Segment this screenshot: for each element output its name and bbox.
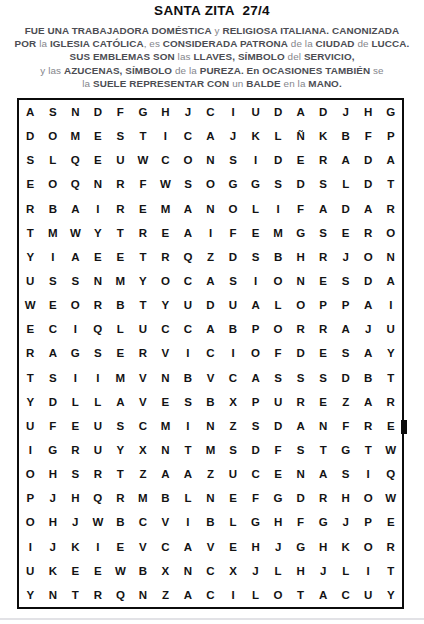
grid-cell[interactable]: O (19, 510, 42, 534)
grid-cell[interactable]: I (379, 293, 402, 317)
grid-cell[interactable]: O (267, 317, 290, 341)
grid-cell[interactable]: V (154, 510, 177, 534)
grid-cell[interactable]: H (267, 510, 290, 534)
grid-cell[interactable]: V (154, 341, 177, 365)
grid-cell[interactable]: G (379, 100, 402, 124)
grid-cell[interactable]: A (357, 293, 380, 317)
grid-cell[interactable]: N (154, 438, 177, 462)
grid-cell[interactable]: D (267, 414, 290, 438)
grid-cell[interactable]: C (154, 535, 177, 559)
grid-cell[interactable]: I (267, 197, 290, 221)
grid-cell[interactable]: Z (199, 245, 222, 269)
grid-cell[interactable]: Y (154, 293, 177, 317)
grid-cell[interactable]: U (244, 100, 267, 124)
grid-cell[interactable]: F (334, 414, 357, 438)
grid-cell[interactable]: C (199, 100, 222, 124)
grid-cell[interactable]: E (87, 559, 110, 583)
grid-cell[interactable]: D (222, 245, 245, 269)
grid-cell[interactable]: C (132, 414, 155, 438)
grid-cell[interactable]: S (109, 414, 132, 438)
grid-cell[interactable]: W (154, 172, 177, 196)
grid-cell[interactable]: S (334, 269, 357, 293)
grid-cell[interactable]: U (19, 559, 42, 583)
grid-cell[interactable]: O (267, 583, 290, 607)
grid-cell[interactable]: I (19, 438, 42, 462)
grid-cell[interactable]: A (199, 317, 222, 341)
grid-cell[interactable]: V (199, 366, 222, 390)
grid-cell[interactable]: A (334, 317, 357, 341)
grid-cell[interactable]: R (357, 414, 380, 438)
grid-cell[interactable]: P (379, 124, 402, 148)
grid-cell[interactable]: S (64, 462, 87, 486)
grid-cell[interactable]: S (42, 100, 65, 124)
grid-cell[interactable]: O (19, 462, 42, 486)
grid-cell[interactable]: O (64, 293, 87, 317)
grid-cell[interactable]: L (244, 197, 267, 221)
grid-cell[interactable]: F (244, 486, 267, 510)
grid-cell[interactable]: I (244, 148, 267, 172)
grid-cell[interactable]: O (244, 341, 267, 365)
grid-cell[interactable]: E (312, 269, 335, 293)
grid-cell[interactable]: W (19, 293, 42, 317)
grid-cell[interactable]: S (87, 341, 110, 365)
grid-cell[interactable]: E (379, 510, 402, 534)
grid-cell[interactable]: F (267, 438, 290, 462)
grid-cell[interactable]: A (42, 341, 65, 365)
grid-cell[interactable]: T (177, 438, 200, 462)
grid-cell[interactable]: E (312, 390, 335, 414)
grid-cell[interactable]: X (222, 559, 245, 583)
grid-cell[interactable]: Y (19, 390, 42, 414)
grid-cell[interactable]: J (177, 100, 200, 124)
grid-cell[interactable]: Y (379, 583, 402, 607)
grid-cell[interactable]: C (244, 462, 267, 486)
grid-cell[interactable]: F (289, 197, 312, 221)
grid-cell[interactable]: O (267, 269, 290, 293)
grid-cell[interactable]: B (199, 510, 222, 534)
grid-cell[interactable]: A (199, 269, 222, 293)
grid-cell[interactable]: G (42, 438, 65, 462)
grid-cell[interactable]: R (289, 390, 312, 414)
grid-cell[interactable]: G (222, 172, 245, 196)
grid-cell[interactable]: O (42, 172, 65, 196)
grid-cell[interactable]: B (42, 197, 65, 221)
grid-cell[interactable]: R (312, 148, 335, 172)
grid-cell[interactable]: R (109, 172, 132, 196)
grid-cell[interactable]: L (87, 390, 110, 414)
grid-cell[interactable]: A (177, 221, 200, 245)
grid-cell[interactable]: H (357, 100, 380, 124)
grid-cell[interactable]: G (244, 172, 267, 196)
grid-cell[interactable]: E (87, 124, 110, 148)
grid-cell[interactable]: V (132, 535, 155, 559)
grid-cell[interactable]: A (177, 197, 200, 221)
grid-cell[interactable]: A (379, 269, 402, 293)
grid-cell[interactable]: F (109, 100, 132, 124)
grid-cell[interactable]: B (357, 366, 380, 390)
grid-cell[interactable]: M (109, 366, 132, 390)
grid-cell[interactable]: E (42, 293, 65, 317)
grid-cell[interactable]: U (132, 317, 155, 341)
grid-cell[interactable]: T (289, 583, 312, 607)
grid-cell[interactable]: D (289, 172, 312, 196)
grid-cell[interactable]: E (19, 172, 42, 196)
grid-cell[interactable]: R (109, 486, 132, 510)
grid-cell[interactable]: T (132, 124, 155, 148)
grid-cell[interactable]: G (132, 100, 155, 124)
grid-cell[interactable]: C (199, 583, 222, 607)
grid-cell[interactable]: F (289, 510, 312, 534)
grid-cell[interactable]: N (42, 583, 65, 607)
grid-cell[interactable]: E (19, 317, 42, 341)
grid-cell[interactable]: K (42, 559, 65, 583)
grid-cell[interactable]: R (64, 438, 87, 462)
grid-cell[interactable]: V (199, 535, 222, 559)
grid-cell[interactable]: X (132, 438, 155, 462)
grid-cell[interactable]: Y (19, 245, 42, 269)
grid-cell[interactable]: L (109, 317, 132, 341)
grid-cell[interactable]: O (154, 269, 177, 293)
grid-cell[interactable]: T (379, 559, 402, 583)
grid-cell[interactable]: C (177, 269, 200, 293)
grid-cell[interactable]: O (199, 172, 222, 196)
grid-cell[interactable]: A (244, 293, 267, 317)
grid-cell[interactable]: N (87, 269, 110, 293)
grid-cell[interactable]: J (312, 559, 335, 583)
grid-cell[interactable]: A (244, 366, 267, 390)
grid-cell[interactable]: N (132, 583, 155, 607)
grid-cell[interactable]: Ñ (289, 124, 312, 148)
grid-cell[interactable]: Q (64, 172, 87, 196)
grid-cell[interactable]: R (109, 197, 132, 221)
grid-cell[interactable]: J (334, 510, 357, 534)
grid-cell[interactable]: D (19, 124, 42, 148)
grid-cell[interactable]: T (312, 438, 335, 462)
grid-cell[interactable]: O (357, 245, 380, 269)
grid-cell[interactable]: C (42, 317, 65, 341)
grid-cell[interactable]: A (312, 462, 335, 486)
grid-cell[interactable]: N (199, 486, 222, 510)
grid-cell[interactable]: U (177, 293, 200, 317)
grid-cell[interactable]: R (312, 245, 335, 269)
grid-cell[interactable]: U (87, 438, 110, 462)
grid-cell[interactable]: Q (87, 486, 110, 510)
grid-cell[interactable]: S (289, 366, 312, 390)
grid-cell[interactable]: D (87, 100, 110, 124)
grid-cell[interactable]: R (312, 486, 335, 510)
grid-cell[interactable]: I (87, 366, 110, 390)
grid-cell[interactable]: B (154, 486, 177, 510)
grid-cell[interactable]: U (267, 390, 290, 414)
grid-cell[interactable]: R (357, 221, 380, 245)
grid-cell[interactable]: I (64, 366, 87, 390)
grid-cell[interactable]: A (334, 148, 357, 172)
grid-cell[interactable]: L (222, 510, 245, 534)
grid-cell[interactable]: J (222, 124, 245, 148)
grid-cell[interactable]: D (357, 269, 380, 293)
grid-cell[interactable]: F (42, 414, 65, 438)
grid-cell[interactable]: C (177, 317, 200, 341)
grid-cell[interactable]: Z (132, 462, 155, 486)
grid-cell[interactable]: E (222, 535, 245, 559)
grid-cell[interactable]: L (334, 172, 357, 196)
grid-cell[interactable]: Q (379, 462, 402, 486)
grid-cell[interactable]: Y (132, 269, 155, 293)
grid-cell[interactable]: I (87, 197, 110, 221)
grid-cell[interactable]: E (267, 462, 290, 486)
grid-cell[interactable]: N (289, 462, 312, 486)
grid-cell[interactable]: R (289, 317, 312, 341)
grid-cell[interactable]: A (199, 124, 222, 148)
grid-cell[interactable]: C (334, 583, 357, 607)
grid-cell[interactable]: N (199, 414, 222, 438)
grid-cell[interactable]: N (199, 148, 222, 172)
grid-cell[interactable]: S (177, 390, 200, 414)
grid-cell[interactable]: L (267, 559, 290, 583)
grid-cell[interactable]: D (357, 148, 380, 172)
grid-cell[interactable]: A (357, 390, 380, 414)
grid-cell[interactable]: S (42, 269, 65, 293)
grid-cell[interactable]: S (19, 148, 42, 172)
grid-cell[interactable]: K (244, 124, 267, 148)
grid-cell[interactable]: A (154, 462, 177, 486)
grid-cell[interactable]: O (379, 221, 402, 245)
grid-cell[interactable]: L (64, 390, 87, 414)
grid-cell[interactable]: A (177, 462, 200, 486)
grid-cell[interactable]: S (334, 341, 357, 365)
grid-cell[interactable]: W (109, 559, 132, 583)
grid-cell[interactable]: I (19, 535, 42, 559)
grid-cell[interactable]: S (289, 438, 312, 462)
grid-cell[interactable]: R (19, 341, 42, 365)
grid-cell[interactable]: J (334, 245, 357, 269)
grid-cell[interactable]: P (244, 317, 267, 341)
grid-cell[interactable]: S (267, 172, 290, 196)
grid-cell[interactable]: H (289, 245, 312, 269)
grid-cell[interactable]: P (19, 486, 42, 510)
grid-cell[interactable]: L (334, 559, 357, 583)
grid-cell[interactable]: Y (87, 221, 110, 245)
grid-cell[interactable]: R (132, 221, 155, 245)
grid-cell[interactable]: M (132, 486, 155, 510)
grid-cell[interactable]: T (132, 293, 155, 317)
grid-cell[interactable]: R (87, 462, 110, 486)
grid-cell[interactable]: C (177, 124, 200, 148)
grid-cell[interactable]: A (177, 583, 200, 607)
grid-cell[interactable]: I (222, 341, 245, 365)
grid-cell[interactable]: Q (87, 317, 110, 341)
grid-cell[interactable]: B (132, 559, 155, 583)
grid-cell[interactable]: I (357, 462, 380, 486)
grid-cell[interactable]: N (379, 245, 402, 269)
grid-cell[interactable]: H (312, 535, 335, 559)
grid-cell[interactable]: S (312, 172, 335, 196)
grid-cell[interactable]: H (154, 100, 177, 124)
grid-cell[interactable]: W (132, 148, 155, 172)
grid-cell[interactable]: S (222, 148, 245, 172)
grid-cell[interactable]: L (42, 148, 65, 172)
grid-cell[interactable]: R (312, 317, 335, 341)
grid-cell[interactable]: T (64, 583, 87, 607)
grid-cell[interactable]: E (244, 221, 267, 245)
grid-cell[interactable]: D (289, 486, 312, 510)
grid-cell[interactable]: N (199, 197, 222, 221)
grid-cell[interactable]: B (109, 293, 132, 317)
grid-cell[interactable]: H (64, 486, 87, 510)
grid-cell[interactable]: V (132, 366, 155, 390)
grid-cell[interactable]: D (244, 438, 267, 462)
grid-cell[interactable]: N (154, 366, 177, 390)
grid-cell[interactable]: E (87, 148, 110, 172)
grid-cell[interactable]: A (64, 245, 87, 269)
grid-cell[interactable]: A (289, 100, 312, 124)
grid-cell[interactable]: D (334, 197, 357, 221)
grid-cell[interactable]: U (222, 293, 245, 317)
grid-cell[interactable]: E (379, 414, 402, 438)
grid-cell[interactable]: O (357, 535, 380, 559)
grid-cell[interactable]: T (132, 245, 155, 269)
grid-cell[interactable]: J (244, 559, 267, 583)
grid-cell[interactable]: M (154, 414, 177, 438)
grid-cell[interactable]: E (222, 486, 245, 510)
grid-cell[interactable]: A (379, 148, 402, 172)
grid-cell[interactable]: I (357, 559, 380, 583)
grid-cell[interactable]: O (177, 148, 200, 172)
grid-cell[interactable]: U (87, 414, 110, 438)
grid-cell[interactable]: F (222, 221, 245, 245)
grid-cell[interactable]: D (267, 100, 290, 124)
grid-cell[interactable]: S (222, 269, 245, 293)
grid-cell[interactable]: Y (109, 438, 132, 462)
grid-cell[interactable]: J (42, 535, 65, 559)
grid-cell[interactable]: Y (379, 341, 402, 365)
grid-cell[interactable]: B (177, 366, 200, 390)
grid-cell[interactable]: W (64, 221, 87, 245)
grid-cell[interactable]: G (334, 438, 357, 462)
grid-cell[interactable]: U (357, 583, 380, 607)
grid-cell[interactable]: C (222, 366, 245, 390)
grid-cell[interactable]: A (289, 414, 312, 438)
grid-cell[interactable]: D (267, 148, 290, 172)
grid-cell[interactable]: P (334, 293, 357, 317)
grid-cell[interactable]: R (379, 197, 402, 221)
grid-cell[interactable]: L (267, 124, 290, 148)
grid-cell[interactable]: Z (334, 390, 357, 414)
grid-cell[interactable]: S (64, 269, 87, 293)
grid-cell[interactable]: O (222, 197, 245, 221)
grid-cell[interactable]: C (154, 317, 177, 341)
grid-cell[interactable]: R (154, 245, 177, 269)
grid-cell[interactable]: D (312, 100, 335, 124)
grid-cell[interactable]: A (19, 100, 42, 124)
grid-cell[interactable]: R (132, 341, 155, 365)
grid-cell[interactable]: S (177, 172, 200, 196)
grid-cell[interactable]: Z (154, 583, 177, 607)
grid-cell[interactable]: Q (64, 148, 87, 172)
grid-cell[interactable]: I (222, 583, 245, 607)
grid-cell[interactable]: K (64, 535, 87, 559)
grid-cell[interactable]: Q (177, 245, 200, 269)
grid-cell[interactable]: A (312, 197, 335, 221)
grid-cell[interactable]: E (289, 148, 312, 172)
grid-cell[interactable]: A (357, 197, 380, 221)
grid-cell[interactable]: H (42, 510, 65, 534)
grid-cell[interactable]: E (154, 390, 177, 414)
grid-cell[interactable]: H (334, 486, 357, 510)
grid-cell[interactable]: E (154, 221, 177, 245)
grid-cell[interactable]: P (244, 390, 267, 414)
grid-cell[interactable]: E (87, 245, 110, 269)
grid-cell[interactable]: G (289, 221, 312, 245)
grid-cell[interactable]: T (109, 221, 132, 245)
grid-cell[interactable]: N (312, 414, 335, 438)
grid-cell[interactable]: S (267, 366, 290, 390)
grid-cell[interactable]: O (289, 293, 312, 317)
grid-cell[interactable]: E (334, 221, 357, 245)
grid-cell[interactable]: C (132, 510, 155, 534)
grid-cell[interactable]: O (42, 124, 65, 148)
grid-cell[interactable]: W (379, 486, 402, 510)
grid-cell[interactable]: B (222, 317, 245, 341)
grid-cell[interactable]: S (222, 438, 245, 462)
grid-cell[interactable]: D (357, 172, 380, 196)
grid-cell[interactable]: I (87, 535, 110, 559)
grid-cell[interactable]: K (334, 535, 357, 559)
grid-cell[interactable]: R (19, 197, 42, 221)
grid-cell[interactable]: Z (199, 462, 222, 486)
grid-cell[interactable]: S (109, 124, 132, 148)
grid-cell[interactable]: E (64, 414, 87, 438)
grid-cell[interactable]: X (222, 390, 245, 414)
grid-cell[interactable]: B (267, 245, 290, 269)
grid-cell[interactable]: J (267, 535, 290, 559)
grid-cell[interactable]: A (357, 341, 380, 365)
grid-cell[interactable]: S (42, 366, 65, 390)
grid-cell[interactable]: B (109, 510, 132, 534)
grid-cell[interactable]: U (19, 269, 42, 293)
grid-cell[interactable]: N (64, 100, 87, 124)
grid-cell[interactable]: S (312, 366, 335, 390)
grid-cell[interactable]: M (154, 197, 177, 221)
grid-cell[interactable]: H (289, 559, 312, 583)
grid-cell[interactable]: X (154, 559, 177, 583)
grid-cell[interactable]: S (244, 414, 267, 438)
grid-cell[interactable]: C (199, 341, 222, 365)
grid-cell[interactable]: S (334, 462, 357, 486)
grid-cell[interactable]: P (312, 293, 335, 317)
grid-cell[interactable]: T (379, 366, 402, 390)
grid-cell[interactable]: J (334, 100, 357, 124)
grid-cell[interactable]: A (312, 583, 335, 607)
grid-cell[interactable]: F (132, 172, 155, 196)
grid-cell[interactable]: E (109, 245, 132, 269)
grid-cell[interactable]: E (64, 559, 87, 583)
grid-cell[interactable]: I (177, 414, 200, 438)
grid-cell[interactable]: B (334, 124, 357, 148)
grid-cell[interactable]: O (357, 486, 380, 510)
grid-cell[interactable]: T (109, 462, 132, 486)
grid-cell[interactable]: E (109, 535, 132, 559)
grid-cell[interactable]: D (42, 390, 65, 414)
grid-cell[interactable]: R (87, 583, 110, 607)
grid-cell[interactable]: N (177, 559, 200, 583)
grid-cell[interactable]: H (42, 462, 65, 486)
grid-cell[interactable]: Q (109, 583, 132, 607)
grid-cell[interactable]: G (312, 510, 335, 534)
grid-cell[interactable]: L (267, 293, 290, 317)
grid-cell[interactable]: U (379, 317, 402, 341)
grid-cell[interactable]: G (267, 486, 290, 510)
